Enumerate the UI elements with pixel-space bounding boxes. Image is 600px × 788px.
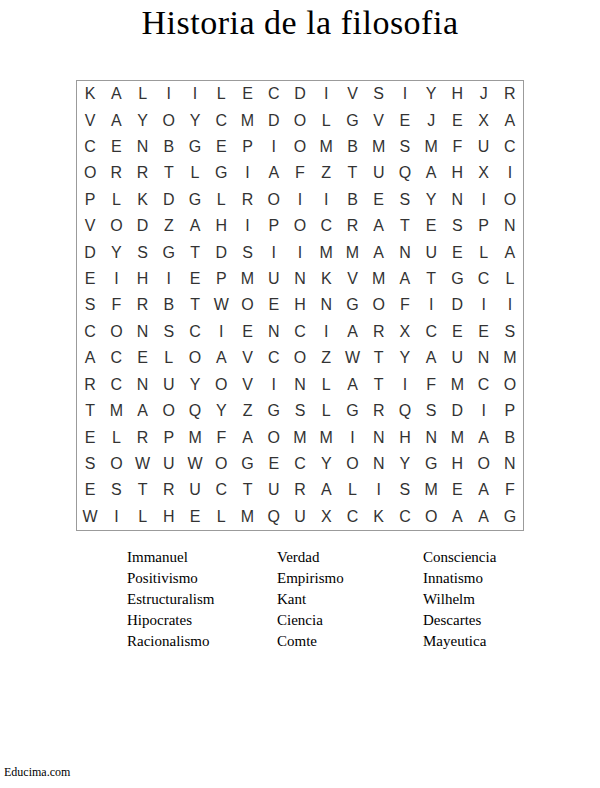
grid-cell[interactable]: G (182, 134, 208, 160)
grid-cell[interactable]: R (103, 160, 129, 186)
grid-cell[interactable]: B (156, 134, 182, 160)
grid-cell[interactable]: O (287, 107, 313, 133)
grid-cell[interactable]: K (313, 266, 339, 292)
grid-cell[interactable]: T (339, 160, 365, 186)
grid-cell[interactable]: L (129, 504, 155, 530)
grid-cell[interactable]: I (313, 319, 339, 345)
grid-cell[interactable]: E (77, 424, 103, 450)
grid-cell[interactable]: V (77, 107, 103, 133)
footer-credit: Educima.com (4, 765, 70, 780)
grid-cell[interactable]: O (156, 107, 182, 133)
grid-cell[interactable]: L (208, 504, 234, 530)
word-list-item: Verdad (277, 547, 423, 568)
grid-cell[interactable]: A (261, 160, 287, 186)
grid-cell[interactable]: D (444, 398, 470, 424)
grid-cell[interactable]: I (313, 81, 339, 107)
grid-cell[interactable]: H (156, 504, 182, 530)
grid-cell[interactable]: I (103, 266, 129, 292)
grid-cell[interactable]: L (313, 107, 339, 133)
grid-cell[interactable]: E (208, 134, 234, 160)
grid-cell[interactable]: S (444, 213, 470, 239)
grid-cell[interactable]: E (234, 319, 260, 345)
grid-cell[interactable]: M (444, 424, 470, 450)
grid-cell[interactable]: A (471, 477, 497, 503)
grid-cell[interactable]: R (366, 319, 392, 345)
grid-cell[interactable]: S (392, 477, 418, 503)
grid-cell[interactable]: Z (313, 345, 339, 371)
grid-cell[interactable]: U (418, 239, 444, 265)
grid-cell[interactable]: I (261, 372, 287, 398)
grid-cell[interactable]: M (313, 424, 339, 450)
grid-cell[interactable]: I (471, 398, 497, 424)
grid-cell[interactable]: O (103, 213, 129, 239)
grid-cell[interactable]: G (339, 107, 365, 133)
grid-cell[interactable]: O (182, 345, 208, 371)
grid-cell[interactable]: O (287, 345, 313, 371)
grid-cell[interactable]: I (182, 81, 208, 107)
grid-cell[interactable]: C (471, 372, 497, 398)
grid-cell[interactable]: T (156, 160, 182, 186)
grid-cell[interactable]: C (497, 134, 523, 160)
grid-cell[interactable]: O (234, 292, 260, 318)
grid-cell[interactable]: K (366, 504, 392, 530)
grid-cell[interactable]: E (261, 292, 287, 318)
grid-cell[interactable]: R (234, 187, 260, 213)
grid-cell[interactable]: M (497, 345, 523, 371)
grid-cell[interactable]: C (471, 266, 497, 292)
grid-cell[interactable]: O (497, 372, 523, 398)
grid-cell[interactable]: C (208, 107, 234, 133)
grid-cell[interactable]: I (287, 239, 313, 265)
grid-cell[interactable]: E (234, 81, 260, 107)
grid-cell[interactable]: E (444, 319, 470, 345)
grid-cell[interactable]: E (444, 477, 470, 503)
grid-cell[interactable]: Z (234, 398, 260, 424)
grid-cell[interactable]: U (156, 451, 182, 477)
grid-cell[interactable]: G (418, 451, 444, 477)
grid-cell[interactable]: B (497, 424, 523, 450)
grid-cell[interactable]: G (339, 292, 365, 318)
grid-cell[interactable]: S (392, 134, 418, 160)
grid-cell[interactable]: M (234, 107, 260, 133)
grid-cell[interactable]: Q (182, 398, 208, 424)
word-list-item: Kant (277, 589, 423, 610)
grid-cell[interactable]: L (156, 345, 182, 371)
grid-cell[interactable]: A (471, 504, 497, 530)
grid-cell[interactable]: W (129, 451, 155, 477)
grid-cell[interactable]: A (418, 345, 444, 371)
grid-cell[interactable]: C (418, 319, 444, 345)
grid-cell[interactable]: I (287, 187, 313, 213)
grid-cell[interactable]: D (261, 107, 287, 133)
grid-cell[interactable]: M (418, 477, 444, 503)
grid-cell[interactable]: E (444, 107, 470, 133)
grid-cell[interactable]: G (497, 504, 523, 530)
grid-cell[interactable]: T (418, 266, 444, 292)
grid-cell[interactable]: C (77, 319, 103, 345)
word-list-item: Consciencia (423, 547, 523, 568)
grid-cell[interactable]: N (471, 345, 497, 371)
grid-cell[interactable]: L (313, 398, 339, 424)
grid-cell[interactable]: A (418, 160, 444, 186)
grid-cell[interactable]: J (471, 81, 497, 107)
grid-cell[interactable]: N (366, 424, 392, 450)
grid-cell[interactable]: W (182, 451, 208, 477)
grid-cell[interactable]: Y (418, 81, 444, 107)
grid-cell[interactable]: M (234, 504, 260, 530)
grid-cell[interactable]: A (313, 477, 339, 503)
grid-cell[interactable]: I (313, 187, 339, 213)
grid-cell[interactable]: N (497, 213, 523, 239)
grid-cell[interactable]: L (208, 81, 234, 107)
grid-cell[interactable]: A (103, 81, 129, 107)
grid-cell[interactable]: N (497, 451, 523, 477)
grid-cell[interactable]: P (497, 398, 523, 424)
grid-cell[interactable]: H (129, 266, 155, 292)
grid-cell[interactable]: A (77, 345, 103, 371)
grid-cell[interactable]: J (418, 107, 444, 133)
grid-cell[interactable]: B (339, 187, 365, 213)
grid-cell[interactable]: S (418, 398, 444, 424)
grid-cell[interactable]: E (366, 187, 392, 213)
grid-cell[interactable]: S (234, 239, 260, 265)
grid-cell[interactable]: M (444, 372, 470, 398)
grid-cell[interactable]: U (471, 134, 497, 160)
grid-cell[interactable]: O (103, 451, 129, 477)
grid-cell[interactable]: D (129, 213, 155, 239)
grid-cell[interactable]: C (103, 372, 129, 398)
grid-cell[interactable]: I (497, 160, 523, 186)
grid-cell[interactable]: I (234, 160, 260, 186)
grid-cell[interactable]: Q (392, 398, 418, 424)
grid-cell[interactable]: V (339, 81, 365, 107)
grid-cell[interactable]: O (418, 504, 444, 530)
grid-cell[interactable]: C (339, 504, 365, 530)
word-list: ImmanuelPositivismoEstructuralismHipocra… (127, 547, 523, 652)
grid-cell[interactable]: A (497, 239, 523, 265)
grid-cell[interactable]: I (418, 292, 444, 318)
grid-cell[interactable]: H (287, 292, 313, 318)
grid-cell[interactable]: N (313, 292, 339, 318)
grid-cell[interactable]: E (77, 266, 103, 292)
grid-cell[interactable]: I (234, 213, 260, 239)
grid-cell[interactable]: F (418, 372, 444, 398)
grid-cell[interactable]: M (313, 134, 339, 160)
grid-cell[interactable]: S (497, 319, 523, 345)
grid-cell[interactable]: S (366, 81, 392, 107)
word-list-item: Mayeutica (423, 631, 523, 652)
word-search-grid: KALIILECDIVSIYHJRVAYOYCMDOLGVEJEXACENBGE… (76, 80, 524, 531)
grid-cell[interactable]: X (471, 160, 497, 186)
grid-cell[interactable]: A (339, 372, 365, 398)
grid-cell[interactable]: X (392, 319, 418, 345)
grid-cell[interactable]: P (208, 266, 234, 292)
grid-cell[interactable]: I (261, 134, 287, 160)
grid-cell[interactable]: Y (418, 187, 444, 213)
grid-cell[interactable]: I (497, 292, 523, 318)
grid-cell[interactable]: C (261, 81, 287, 107)
grid-cell[interactable]: O (208, 451, 234, 477)
word-column-3: ConscienciaInnatismoWilhelmDescartesMaye… (423, 547, 523, 652)
grid-cell[interactable]: H (392, 424, 418, 450)
grid-cell[interactable]: R (156, 477, 182, 503)
grid-cell[interactable]: A (182, 213, 208, 239)
grid-cell[interactable]: F (287, 160, 313, 186)
grid-cell[interactable]: W (208, 292, 234, 318)
grid-cell[interactable]: U (261, 477, 287, 503)
grid-cell[interactable]: N (261, 319, 287, 345)
grid-cell[interactable]: N (129, 372, 155, 398)
grid-cell[interactable]: A (366, 239, 392, 265)
grid-cell[interactable]: R (129, 292, 155, 318)
grid-cell[interactable]: A (208, 345, 234, 371)
grid-cell[interactable]: I (156, 81, 182, 107)
grid-cell[interactable]: I (103, 504, 129, 530)
grid-cell[interactable]: E (182, 266, 208, 292)
grid-cell[interactable]: E (129, 345, 155, 371)
grid-cell[interactable]: O (287, 213, 313, 239)
grid-cell[interactable]: I (261, 239, 287, 265)
grid-cell[interactable]: Y (182, 107, 208, 133)
grid-cell[interactable]: N (287, 372, 313, 398)
grid-cell[interactable]: N (392, 239, 418, 265)
grid-cell[interactable]: C (287, 319, 313, 345)
grid-cell[interactable]: G (261, 398, 287, 424)
grid-cell[interactable]: I (208, 319, 234, 345)
grid-cell[interactable]: P (156, 424, 182, 450)
grid-cell[interactable]: S (156, 319, 182, 345)
grid-cell[interactable]: Y (182, 372, 208, 398)
grid-cell[interactable]: U (156, 372, 182, 398)
grid-cell[interactable]: V (339, 266, 365, 292)
grid-cell[interactable]: O (103, 319, 129, 345)
grid-cell[interactable]: L (339, 477, 365, 503)
grid-cell[interactable]: B (339, 134, 365, 160)
grid-cell[interactable]: I (392, 81, 418, 107)
grid-cell[interactable]: E (103, 134, 129, 160)
grid-cell[interactable]: C (261, 345, 287, 371)
grid-cell[interactable]: U (444, 345, 470, 371)
grid-cell[interactable]: L (103, 187, 129, 213)
grid-cell[interactable]: T (366, 372, 392, 398)
grid-cell[interactable]: S (77, 451, 103, 477)
grid-cell[interactable]: S (392, 187, 418, 213)
grid-cell[interactable]: T (234, 477, 260, 503)
grid-cell[interactable]: N (287, 266, 313, 292)
grid-cell[interactable]: D (156, 187, 182, 213)
grid-cell[interactable]: G (182, 187, 208, 213)
grid-cell[interactable]: G (208, 160, 234, 186)
grid-cell[interactable]: L (182, 160, 208, 186)
grid-cell[interactable]: P (471, 213, 497, 239)
grid-cell[interactable]: I (392, 372, 418, 398)
grid-cell[interactable]: N (418, 424, 444, 450)
grid-cell[interactable]: T (77, 398, 103, 424)
grid-cell[interactable]: A (103, 107, 129, 133)
grid-cell[interactable]: X (313, 504, 339, 530)
grid-cell[interactable]: O (287, 134, 313, 160)
grid-cell[interactable]: C (208, 477, 234, 503)
grid-cell[interactable]: O (208, 372, 234, 398)
grid-cell[interactable]: F (103, 292, 129, 318)
grid-cell[interactable]: V (366, 107, 392, 133)
grid-cell[interactable]: F (497, 477, 523, 503)
word-list-item: Positivismo (127, 568, 277, 589)
grid-cell[interactable]: C (392, 504, 418, 530)
grid-cell[interactable]: M (313, 239, 339, 265)
grid-cell[interactable]: N (129, 319, 155, 345)
grid-cell[interactable]: T (182, 239, 208, 265)
grid-cell[interactable]: D (208, 239, 234, 265)
grid-cell[interactable]: L (103, 424, 129, 450)
grid-cell[interactable]: L (129, 81, 155, 107)
grid-cell[interactable]: I (339, 424, 365, 450)
grid-cell[interactable]: O (471, 451, 497, 477)
grid-cell[interactable]: E (392, 107, 418, 133)
grid-cell[interactable]: I (366, 477, 392, 503)
grid-cell[interactable]: D (444, 292, 470, 318)
grid-cell[interactable]: U (182, 477, 208, 503)
grid-cell[interactable]: A (444, 504, 470, 530)
grid-cell[interactable]: Q (261, 504, 287, 530)
grid-cell[interactable]: G (234, 451, 260, 477)
grid-cell[interactable]: T (392, 213, 418, 239)
grid-cell[interactable]: O (156, 398, 182, 424)
grid-cell[interactable]: A (392, 266, 418, 292)
grid-cell[interactable]: O (339, 451, 365, 477)
grid-cell[interactable]: E (444, 239, 470, 265)
grid-cell[interactable]: U (261, 266, 287, 292)
grid-cell[interactable]: I (471, 187, 497, 213)
grid-cell[interactable]: I (471, 292, 497, 318)
grid-cell[interactable]: R (129, 160, 155, 186)
grid-cell[interactable]: U (366, 160, 392, 186)
grid-cell[interactable]: C (103, 345, 129, 371)
grid-cell[interactable]: R (77, 372, 103, 398)
word-list-item: Racionalismo (127, 631, 277, 652)
word-list-item: Estructuralism (127, 589, 277, 610)
grid-cell[interactable]: V (234, 345, 260, 371)
grid-cell[interactable]: H (444, 160, 470, 186)
grid-cell[interactable]: M (287, 424, 313, 450)
grid-cell[interactable]: V (234, 372, 260, 398)
grid-cell[interactable]: S (103, 477, 129, 503)
grid-cell[interactable]: M (234, 266, 260, 292)
grid-cell[interactable]: A (497, 107, 523, 133)
grid-cell[interactable]: L (208, 187, 234, 213)
grid-cell[interactable]: I (156, 266, 182, 292)
grid-cell[interactable]: E (182, 504, 208, 530)
grid-cell[interactable]: H (208, 213, 234, 239)
grid-cell[interactable]: A (366, 213, 392, 239)
grid-cell[interactable]: R (497, 81, 523, 107)
grid-cell[interactable]: G (339, 398, 365, 424)
grid-cell[interactable]: K (77, 81, 103, 107)
grid-cell[interactable]: C (77, 134, 103, 160)
grid-cell[interactable]: Y (392, 345, 418, 371)
grid-cell[interactable]: S (77, 292, 103, 318)
grid-cell[interactable]: L (313, 372, 339, 398)
grid-cell[interactable]: Y (208, 398, 234, 424)
grid-cell[interactable]: Q (392, 160, 418, 186)
grid-cell[interactable]: M (339, 239, 365, 265)
grid-cell[interactable]: U (287, 504, 313, 530)
grid-cell[interactable]: S (287, 398, 313, 424)
grid-cell[interactable]: F (444, 134, 470, 160)
grid-cell[interactable]: W (339, 345, 365, 371)
grid-cell[interactable]: T (366, 345, 392, 371)
grid-cell[interactable]: W (77, 504, 103, 530)
grid-cell[interactable]: G (444, 266, 470, 292)
grid-cell[interactable]: C (313, 213, 339, 239)
grid-cell[interactable]: M (103, 398, 129, 424)
grid-cell[interactable]: V (77, 213, 103, 239)
grid-cell[interactable]: R (129, 424, 155, 450)
grid-cell[interactable]: N (129, 134, 155, 160)
grid-cell[interactable]: A (471, 424, 497, 450)
grid-cell[interactable]: Y (129, 107, 155, 133)
grid-cell[interactable]: H (444, 81, 470, 107)
grid-cell[interactable]: T (129, 477, 155, 503)
grid-cell[interactable]: R (366, 398, 392, 424)
grid-cell[interactable]: X (471, 107, 497, 133)
grid-cell[interactable]: D (77, 239, 103, 265)
grid-cell[interactable]: R (339, 213, 365, 239)
grid-cell[interactable]: S (129, 239, 155, 265)
grid-cell[interactable]: G (156, 239, 182, 265)
grid-cell[interactable]: M (418, 134, 444, 160)
grid-cell[interactable]: A (339, 319, 365, 345)
grid-cell[interactable]: B (156, 292, 182, 318)
grid-cell[interactable]: E (261, 451, 287, 477)
grid-cell[interactable]: M (182, 424, 208, 450)
grid-cell[interactable]: E (418, 213, 444, 239)
grid-cell[interactable]: O (261, 424, 287, 450)
grid-cell[interactable]: M (366, 134, 392, 160)
grid-cell[interactable]: L (497, 266, 523, 292)
grid-cell[interactable]: F (208, 424, 234, 450)
grid-cell[interactable]: D (287, 81, 313, 107)
grid-cell[interactable]: O (366, 292, 392, 318)
grid-cell[interactable]: E (77, 477, 103, 503)
grid-cell[interactable]: A (129, 398, 155, 424)
grid-cell[interactable]: P (77, 187, 103, 213)
grid-cell[interactable]: M (366, 266, 392, 292)
grid-cell[interactable]: L (471, 239, 497, 265)
grid-cell[interactable]: O (77, 160, 103, 186)
grid-cell[interactable]: O (497, 187, 523, 213)
grid-cell[interactable]: R (287, 477, 313, 503)
grid-cell[interactable]: F (392, 292, 418, 318)
grid-cell[interactable]: P (234, 134, 260, 160)
grid-cell[interactable]: H (444, 451, 470, 477)
grid-cell[interactable]: C (182, 319, 208, 345)
grid-cell[interactable]: Z (156, 213, 182, 239)
grid-cell[interactable]: Z (313, 160, 339, 186)
grid-cell[interactable]: Y (313, 451, 339, 477)
grid-cell[interactable]: Y (103, 239, 129, 265)
grid-cell[interactable]: K (129, 187, 155, 213)
grid-cell[interactable]: Y (392, 451, 418, 477)
grid-cell[interactable]: N (444, 187, 470, 213)
grid-cell[interactable]: E (471, 319, 497, 345)
grid-cell[interactable]: T (182, 292, 208, 318)
grid-cell[interactable]: O (261, 187, 287, 213)
grid-cell[interactable]: N (366, 451, 392, 477)
grid-cell[interactable]: A (234, 424, 260, 450)
grid-cell[interactable]: P (261, 213, 287, 239)
grid-cell[interactable]: C (287, 451, 313, 477)
